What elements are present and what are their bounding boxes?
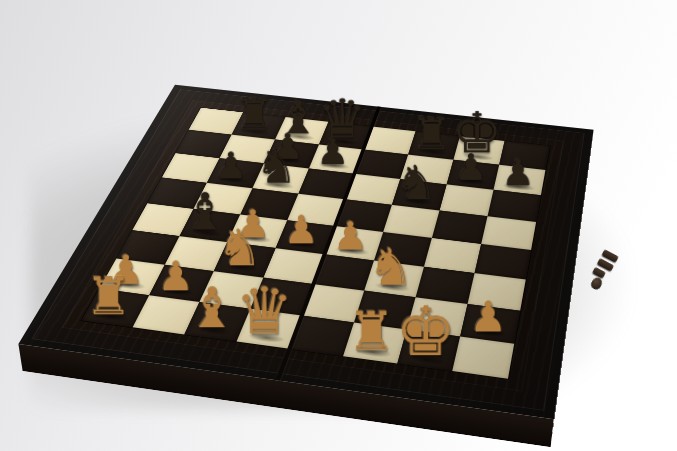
piece-glyph: ♝ [186,281,236,336]
square-f6: ♞ [392,179,447,210]
board-grid: ♜♝♛♜♚♟♟♟♟♟♞♞♝♟♟♟♞♞♟♟♟♜♝♛♜♚ [82,108,550,379]
piece-glyph: ♜ [347,304,395,358]
square-h2: ♟ [460,304,520,344]
piece-glyph: ♜ [411,111,451,156]
square-d1: ♛ [237,309,302,349]
black-pawn-g7: ♟ [447,160,500,190]
square-g7: ♟ [447,160,500,190]
white-king-g1: ♚ [397,329,460,371]
square-g1: ♚ [397,329,460,371]
piece-glyph: ♞ [395,159,437,206]
white-queen-d1: ♛ [237,309,302,349]
piece-glyph: ♟ [501,154,534,191]
square-g6 [439,184,493,216]
square-f5 [383,205,439,238]
photo-scene: ♜♝♛♜♚♟♟♟♟♟♞♞♝♟♟♟♞♞♟♟♟♜♝♛♜♚ [0,0,677,451]
piece-glyph: ♚ [395,297,456,365]
piece-glyph: ♟ [214,147,247,183]
black-pawn-h7: ♟ [494,165,546,195]
square-g5 [432,210,488,243]
black-knight-f6: ♞ [392,179,447,210]
piece-glyph: ♞ [255,143,297,189]
white-pawn-h2: ♟ [460,304,520,344]
piece-glyph: ♞ [217,222,262,272]
piece-glyph: ♟ [454,149,487,186]
piece-glyph: ♟ [332,216,367,255]
square-h7: ♟ [494,165,546,195]
square-h1 [452,337,514,379]
piece-glyph: ♟ [469,296,507,338]
square-h4 [475,244,531,280]
piece-glyph: ♛ [235,279,293,343]
piece-glyph: ♟ [283,211,318,250]
piece-glyph: ♞ [368,241,414,292]
square-h6 [488,190,541,222]
piece-glyph: ♟ [316,134,348,170]
piece-glyph: ♜ [85,269,132,321]
piece-glyph: ♜ [234,92,273,136]
